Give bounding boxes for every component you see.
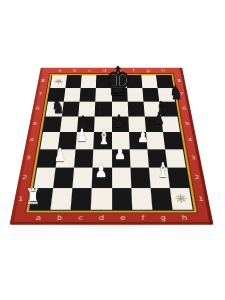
file-label-g: g	[146, 69, 150, 72]
file-label-a: a	[58, 69, 62, 72]
white-pawn-f4[interactable]: ♟	[137, 128, 148, 145]
black-knight-h7[interactable]: ♞	[169, 82, 182, 102]
square-b2[interactable]	[53, 168, 74, 188]
rank-label-8: 8	[40, 79, 45, 82]
square-g1[interactable]	[150, 188, 172, 210]
corner-ornament-icon: ✳	[53, 78, 64, 84]
square-g8[interactable]	[141, 75, 157, 88]
square-b7[interactable]	[64, 88, 81, 102]
rank-label-6: 6	[182, 107, 187, 111]
rank-label-2: 2	[194, 175, 200, 181]
rank-label-3: 3	[25, 156, 31, 161]
black-knight-a6[interactable]: ♞	[51, 96, 64, 116]
rank-label-5: 5	[185, 122, 190, 126]
rank-label-1: 1	[198, 196, 204, 202]
white-pawn-b3[interactable]: ♟	[54, 146, 66, 164]
square-c8[interactable]	[81, 75, 97, 88]
white-pawn-c4[interactable]: ♟	[76, 127, 87, 144]
square-b1[interactable]	[51, 188, 73, 210]
file-label-f: f	[133, 69, 135, 72]
file-label-g: g	[160, 215, 166, 222]
chessboard-photo: abcdefgh abcdefgh 87654321 87654321 ✳✳ ♚…	[0, 0, 225, 300]
square-d1[interactable]	[91, 188, 111, 210]
square-a8[interactable]: ✳	[50, 75, 67, 88]
rank-label-4: 4	[29, 138, 34, 143]
black-pawn-e5[interactable]: ♟	[113, 113, 124, 130]
file-label-h: h	[182, 215, 188, 222]
black-king-e8[interactable]: ♚	[105, 61, 132, 101]
corner-ornament-icon: ✳	[174, 193, 188, 204]
black-pawn-d6[interactable]: ♟	[94, 101, 105, 118]
file-label-h: h	[161, 69, 165, 72]
file-label-d: d	[99, 215, 105, 222]
rank-label-7: 7	[38, 92, 43, 96]
file-labels-bottom: abcdefgh	[27, 215, 196, 222]
white-bishop-d4[interactable]: ♝	[97, 127, 110, 147]
square-e1[interactable]	[112, 188, 132, 210]
square-f1[interactable]	[131, 188, 152, 210]
square-c3[interactable]	[74, 149, 93, 168]
square-h1[interactable]: ✳	[170, 188, 193, 210]
square-h4[interactable]	[163, 132, 183, 149]
file-label-b: b	[73, 69, 77, 72]
white-rook-a1[interactable]: ♜	[26, 186, 41, 208]
square-c1[interactable]	[71, 188, 92, 210]
rank-label-5: 5	[32, 122, 37, 126]
rank-label-6: 6	[35, 107, 40, 111]
square-b8[interactable]	[66, 75, 82, 88]
white-pawn-e3[interactable]: ♟	[114, 144, 126, 162]
file-label-a: a	[35, 215, 41, 222]
rank-label-3: 3	[191, 156, 197, 161]
square-e2[interactable]	[112, 168, 131, 188]
file-label-e: e	[120, 215, 125, 222]
black-pawn-g5[interactable]: ♟	[154, 111, 165, 127]
white-pawn-d2[interactable]: ♟	[95, 161, 108, 180]
file-label-b: b	[57, 215, 63, 222]
square-h2[interactable]	[167, 168, 189, 188]
file-label-c: c	[88, 69, 91, 72]
square-f3[interactable]	[129, 149, 148, 168]
rank-label-2: 2	[22, 175, 28, 181]
file-label-c: c	[78, 215, 83, 222]
square-a5[interactable]	[43, 116, 62, 132]
square-c2[interactable]	[73, 168, 93, 188]
rank-label-4: 4	[188, 138, 193, 143]
rank-label-1: 1	[17, 196, 23, 202]
square-f2[interactable]	[130, 168, 150, 188]
white-bishop-g2[interactable]: ♝	[156, 160, 169, 180]
file-label-f: f	[141, 215, 144, 222]
